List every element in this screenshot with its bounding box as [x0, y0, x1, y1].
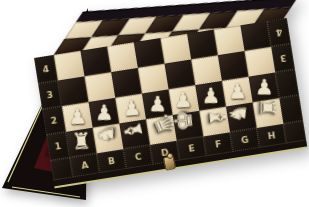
- rank-label-right-4-text: 4: [275, 27, 283, 38]
- piece-white-king-e1: ♚: [171, 106, 197, 135]
- chess-set-product-photo: 443321ABCDEFGH♟♟♟♟♟♟♟♟♜♞♝♛♚♝♞♜: [0, 0, 309, 207]
- rank-label-right-2: [275, 69, 299, 98]
- rank-label-right-3-text: 3: [279, 53, 287, 64]
- piece-white-knight-b1: ♞: [95, 121, 117, 148]
- piece-white-knight-g1: ♞: [226, 99, 251, 128]
- piece-white-pawn-a2: ♟: [64, 106, 92, 128]
- clasp: [164, 156, 175, 170]
- clasp-knob-icon: [167, 153, 173, 159]
- rank-label-right-1: [279, 95, 303, 124]
- piece-white-bishop-c1: ♝: [119, 114, 148, 146]
- rank-label-right-3: 3: [271, 44, 295, 73]
- piece-white-rook-h1: ♜: [256, 94, 278, 121]
- piece-white-rook-a1: ♜: [67, 130, 95, 153]
- rank-label-right-4: 4: [267, 18, 291, 47]
